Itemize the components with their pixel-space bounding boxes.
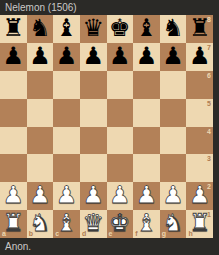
square-e8[interactable]: ♚ [107, 15, 134, 43]
piece-black-knight[interactable]: ♞ [29, 16, 51, 40]
square-c5[interactable] [53, 99, 80, 127]
square-f2[interactable]: ♟ [133, 182, 160, 210]
piece-white-pawn[interactable]: ♟ [29, 183, 51, 207]
square-h7[interactable]: ♟7 [186, 43, 213, 71]
top-player-name: Nelemon (1506) [5, 2, 77, 13]
square-a7[interactable]: ♟ [0, 43, 27, 71]
square-d8[interactable]: ♛ [80, 15, 107, 43]
square-g7[interactable]: ♟ [160, 43, 187, 71]
square-a3[interactable] [0, 154, 27, 182]
piece-black-rook[interactable]: ♜ [3, 16, 25, 40]
square-e4[interactable] [107, 127, 134, 155]
square-f5[interactable] [133, 99, 160, 127]
square-c3[interactable] [53, 154, 80, 182]
top-player-bar: Nelemon (1506) [0, 0, 219, 15]
square-b8[interactable]: ♞ [27, 15, 54, 43]
square-g1[interactable]: ♞g [160, 210, 187, 238]
square-g6[interactable] [160, 71, 187, 99]
square-a8[interactable]: ♜ [0, 15, 27, 43]
piece-black-pawn[interactable]: ♟ [29, 44, 51, 68]
piece-black-knight[interactable]: ♞ [162, 16, 184, 40]
coord-file-f: f [135, 230, 137, 237]
square-e7[interactable]: ♟ [107, 43, 134, 71]
piece-black-pawn[interactable]: ♟ [3, 44, 25, 68]
coord-rank-7: 7 [207, 44, 211, 51]
piece-white-pawn[interactable]: ♟ [3, 183, 25, 207]
square-e1[interactable]: ♚e [107, 210, 134, 238]
square-e2[interactable]: ♟ [107, 182, 134, 210]
square-c1[interactable]: ♝c [53, 210, 80, 238]
square-c6[interactable] [53, 71, 80, 99]
square-h4[interactable]: 4 [186, 127, 213, 155]
piece-white-pawn[interactable]: ♟ [82, 183, 104, 207]
square-e6[interactable] [107, 71, 134, 99]
coord-file-d: d [82, 230, 86, 237]
coord-file-h: h [188, 230, 192, 237]
piece-black-bishop[interactable]: ♝ [136, 16, 158, 40]
square-e5[interactable] [107, 99, 134, 127]
square-b7[interactable]: ♟ [27, 43, 54, 71]
piece-black-bishop[interactable]: ♝ [56, 16, 78, 40]
coord-rank-6: 6 [207, 72, 211, 79]
square-h8[interactable]: ♜8 [186, 15, 213, 43]
square-h5[interactable]: 5 [186, 99, 213, 127]
square-f7[interactable]: ♟ [133, 43, 160, 71]
square-g2[interactable]: ♟ [160, 182, 187, 210]
coord-rank-8: 8 [207, 16, 211, 23]
square-b2[interactable]: ♟ [27, 182, 54, 210]
bottom-player-name: Anon. [5, 241, 31, 252]
piece-white-bishop[interactable]: ♝ [136, 211, 158, 235]
square-b3[interactable] [27, 154, 54, 182]
square-a2[interactable]: ♟ [0, 182, 27, 210]
square-a6[interactable] [0, 71, 27, 99]
square-g5[interactable] [160, 99, 187, 127]
piece-black-pawn[interactable]: ♟ [136, 44, 158, 68]
square-g8[interactable]: ♞ [160, 15, 187, 43]
app: Nelemon (1506) ♜♞♝♛♚♝♞♜8♟♟♟♟♟♟♟♟76543♟♟♟… [0, 0, 219, 255]
bottom-player-bar: Anon. [0, 238, 219, 255]
square-g4[interactable] [160, 127, 187, 155]
square-d6[interactable] [80, 71, 107, 99]
square-d4[interactable] [80, 127, 107, 155]
square-d1[interactable]: ♛d [80, 210, 107, 238]
square-f6[interactable] [133, 71, 160, 99]
square-g3[interactable] [160, 154, 187, 182]
square-f3[interactable] [133, 154, 160, 182]
square-b4[interactable] [27, 127, 54, 155]
square-b5[interactable] [27, 99, 54, 127]
square-d5[interactable] [80, 99, 107, 127]
square-b1[interactable]: ♞b [27, 210, 54, 238]
piece-white-pawn[interactable]: ♟ [56, 183, 78, 207]
square-c8[interactable]: ♝ [53, 15, 80, 43]
coord-file-a: a [2, 230, 6, 237]
coord-file-e: e [109, 230, 113, 237]
square-h6[interactable]: 6 [186, 71, 213, 99]
square-a1[interactable]: ♜a [0, 210, 27, 238]
coord-rank-1: 1 [207, 211, 211, 218]
square-h3[interactable]: 3 [186, 154, 213, 182]
piece-black-pawn[interactable]: ♟ [82, 44, 104, 68]
square-h2[interactable]: ♟2 [186, 182, 213, 210]
piece-black-pawn[interactable]: ♟ [162, 44, 184, 68]
coord-rank-5: 5 [207, 100, 211, 107]
piece-white-pawn[interactable]: ♟ [162, 183, 184, 207]
piece-black-king[interactable]: ♚ [109, 16, 131, 40]
square-a4[interactable] [0, 127, 27, 155]
square-d3[interactable] [80, 154, 107, 182]
board: ♜♞♝♛♚♝♞♜8♟♟♟♟♟♟♟♟76543♟♟♟♟♟♟♟♟2♜a♞b♝c♛d♚… [0, 15, 213, 238]
piece-black-queen[interactable]: ♛ [82, 16, 104, 40]
piece-black-pawn[interactable]: ♟ [56, 44, 78, 68]
coord-rank-4: 4 [207, 128, 211, 135]
coord-file-b: b [29, 230, 33, 237]
piece-white-pawn[interactable]: ♟ [136, 183, 158, 207]
square-b6[interactable] [27, 71, 54, 99]
square-c2[interactable]: ♟ [53, 182, 80, 210]
square-f8[interactable]: ♝ [133, 15, 160, 43]
coord-rank-3: 3 [207, 155, 211, 162]
square-a5[interactable] [0, 99, 27, 127]
square-e3[interactable] [107, 154, 134, 182]
coord-rank-2: 2 [207, 183, 211, 190]
square-c4[interactable] [53, 127, 80, 155]
square-c7[interactable]: ♟ [53, 43, 80, 71]
piece-white-pawn[interactable]: ♟ [109, 183, 131, 207]
square-d2[interactable]: ♟ [80, 182, 107, 210]
coord-file-c: c [55, 230, 59, 237]
piece-black-pawn[interactable]: ♟ [109, 44, 131, 68]
square-f1[interactable]: ♝f [133, 210, 160, 238]
square-h1[interactable]: ♜1h [186, 210, 213, 238]
square-d7[interactable]: ♟ [80, 43, 107, 71]
square-f4[interactable] [133, 127, 160, 155]
coord-file-g: g [162, 230, 166, 237]
